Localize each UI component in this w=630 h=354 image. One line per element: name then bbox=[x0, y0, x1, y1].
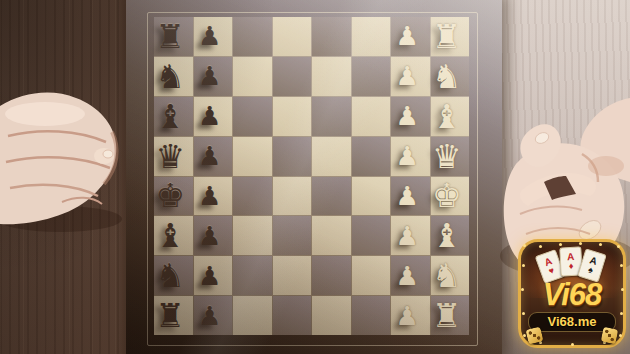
square-d6[interactable] bbox=[233, 137, 272, 176]
card-suit-icon: ♠ bbox=[587, 265, 594, 275]
piece-white-pawn-c2[interactable]: ♟ bbox=[396, 103, 419, 129]
card-suit-icon: ♦ bbox=[569, 262, 574, 271]
square-e6[interactable] bbox=[233, 177, 272, 216]
piece-black-king-e8[interactable]: ♚ bbox=[155, 179, 185, 212]
square-d4[interactable] bbox=[312, 137, 351, 176]
square-b4[interactable] bbox=[312, 57, 351, 96]
square-b7[interactable]: ♟ bbox=[194, 57, 233, 96]
piece-black-pawn-d7[interactable]: ♟ bbox=[198, 143, 221, 169]
piece-white-pawn-e2[interactable]: ♟ bbox=[396, 183, 419, 209]
square-e8[interactable]: ♚ bbox=[154, 177, 193, 216]
piece-black-bishop-f8[interactable]: ♝ bbox=[155, 219, 185, 252]
vi68-watermark-badge[interactable]: A♥A♦A♠ Vi68 Vi68.me bbox=[518, 239, 626, 348]
square-c2[interactable]: ♟ bbox=[391, 97, 430, 136]
chess-board-frame: ♜♟♟♜♞♟♟♞♝♟♟♝♛♟♟♛♚♟♟♚♝♟♟♝♞♟♟♞♜♟♟♜ bbox=[126, 0, 502, 354]
square-g2[interactable]: ♟ bbox=[391, 256, 430, 295]
square-b6[interactable] bbox=[233, 57, 272, 96]
square-c8[interactable]: ♝ bbox=[154, 97, 193, 136]
piece-black-knight-b8[interactable]: ♞ bbox=[155, 60, 185, 93]
square-c7[interactable]: ♟ bbox=[194, 97, 233, 136]
square-g6[interactable] bbox=[233, 256, 272, 295]
square-f1[interactable]: ♝ bbox=[431, 216, 470, 255]
piece-black-pawn-b7[interactable]: ♟ bbox=[198, 63, 221, 89]
piece-black-rook-h8[interactable]: ♜ bbox=[155, 299, 185, 332]
die-icon bbox=[601, 327, 619, 345]
square-h5[interactable] bbox=[273, 296, 312, 335]
piece-black-rook-a8[interactable]: ♜ bbox=[155, 20, 185, 53]
piece-white-pawn-h2[interactable]: ♟ bbox=[396, 303, 419, 329]
square-b1[interactable]: ♞ bbox=[431, 57, 470, 96]
scene: ♜♟♟♜♞♟♟♞♝♟♟♝♛♟♟♛♚♟♟♚♝♟♟♝♞♟♟♞♜♟♟♜ A♥A♦ bbox=[0, 0, 630, 354]
piece-black-pawn-f7[interactable]: ♟ bbox=[198, 223, 221, 249]
square-b5[interactable] bbox=[273, 57, 312, 96]
square-h4[interactable] bbox=[312, 296, 351, 335]
square-d2[interactable]: ♟ bbox=[391, 137, 430, 176]
square-a1[interactable]: ♜ bbox=[431, 17, 470, 56]
square-e5[interactable] bbox=[273, 177, 312, 216]
square-f8[interactable]: ♝ bbox=[154, 216, 193, 255]
square-c5[interactable] bbox=[273, 97, 312, 136]
piece-black-bishop-c8[interactable]: ♝ bbox=[155, 100, 185, 133]
piece-white-pawn-f2[interactable]: ♟ bbox=[396, 223, 419, 249]
piece-white-king-e1[interactable]: ♚ bbox=[432, 179, 462, 212]
square-f3[interactable] bbox=[352, 216, 391, 255]
piece-white-pawn-b2[interactable]: ♟ bbox=[396, 63, 419, 89]
square-a7[interactable]: ♟ bbox=[194, 17, 233, 56]
hand-highlight bbox=[5, 102, 85, 126]
square-h6[interactable] bbox=[233, 296, 272, 335]
square-g3[interactable] bbox=[352, 256, 391, 295]
square-e2[interactable]: ♟ bbox=[391, 177, 430, 216]
piece-white-bishop-c1[interactable]: ♝ bbox=[432, 100, 462, 133]
chess-board[interactable]: ♜♟♟♜♞♟♟♞♝♟♟♝♛♟♟♛♚♟♟♚♝♟♟♝♞♟♟♞♜♟♟♜ bbox=[154, 17, 469, 335]
piece-white-rook-h1[interactable]: ♜ bbox=[432, 299, 462, 332]
square-g4[interactable] bbox=[312, 256, 351, 295]
badge-title: Vi68 bbox=[521, 277, 623, 313]
square-d7[interactable]: ♟ bbox=[194, 137, 233, 176]
square-h3[interactable] bbox=[352, 296, 391, 335]
square-d8[interactable]: ♛ bbox=[154, 137, 193, 176]
square-a4[interactable] bbox=[312, 17, 351, 56]
piece-black-pawn-g7[interactable]: ♟ bbox=[198, 263, 221, 289]
left-player-hands bbox=[0, 84, 128, 232]
piece-black-knight-g8[interactable]: ♞ bbox=[155, 259, 185, 292]
square-e7[interactable]: ♟ bbox=[194, 177, 233, 216]
square-h7[interactable]: ♟ bbox=[194, 296, 233, 335]
square-a5[interactable] bbox=[273, 17, 312, 56]
piece-white-queen-d1[interactable]: ♛ bbox=[432, 140, 462, 173]
badge-light-dots bbox=[523, 244, 526, 247]
square-a3[interactable] bbox=[352, 17, 391, 56]
square-c1[interactable]: ♝ bbox=[431, 97, 470, 136]
piece-black-pawn-h7[interactable]: ♟ bbox=[198, 303, 221, 329]
piece-white-bishop-f1[interactable]: ♝ bbox=[432, 219, 462, 252]
square-f2[interactable]: ♟ bbox=[391, 216, 430, 255]
square-h8[interactable]: ♜ bbox=[154, 296, 193, 335]
fingernail bbox=[103, 150, 113, 158]
piece-black-pawn-c7[interactable]: ♟ bbox=[198, 103, 221, 129]
square-g1[interactable]: ♞ bbox=[431, 256, 470, 295]
square-e1[interactable]: ♚ bbox=[431, 177, 470, 216]
wrist-shading bbox=[588, 156, 624, 176]
square-f6[interactable] bbox=[233, 216, 272, 255]
square-a8[interactable]: ♜ bbox=[154, 17, 193, 56]
piece-white-pawn-a2[interactable]: ♟ bbox=[396, 23, 419, 49]
square-b2[interactable]: ♟ bbox=[391, 57, 430, 96]
piece-white-pawn-g2[interactable]: ♟ bbox=[396, 263, 419, 289]
die-icon bbox=[525, 326, 543, 344]
square-g7[interactable]: ♟ bbox=[194, 256, 233, 295]
square-h2[interactable]: ♟ bbox=[391, 296, 430, 335]
piece-black-pawn-e7[interactable]: ♟ bbox=[198, 183, 221, 209]
piece-black-pawn-a7[interactable]: ♟ bbox=[198, 23, 221, 49]
square-e3[interactable] bbox=[352, 177, 391, 216]
piece-white-pawn-d2[interactable]: ♟ bbox=[396, 143, 419, 169]
square-b8[interactable]: ♞ bbox=[154, 57, 193, 96]
piece-white-rook-a1[interactable]: ♜ bbox=[432, 20, 462, 53]
square-a2[interactable]: ♟ bbox=[391, 17, 430, 56]
square-d5[interactable] bbox=[273, 137, 312, 176]
piece-black-queen-d8[interactable]: ♛ bbox=[155, 140, 185, 173]
piece-white-knight-b1[interactable]: ♞ bbox=[432, 60, 462, 93]
square-e4[interactable] bbox=[312, 177, 351, 216]
square-c4[interactable] bbox=[312, 97, 351, 136]
piece-white-knight-g1[interactable]: ♞ bbox=[432, 259, 462, 292]
square-g5[interactable] bbox=[273, 256, 312, 295]
square-f4[interactable] bbox=[312, 216, 351, 255]
square-a6[interactable] bbox=[233, 17, 272, 56]
square-g8[interactable]: ♞ bbox=[154, 256, 193, 295]
square-b3[interactable] bbox=[352, 57, 391, 96]
square-f7[interactable]: ♟ bbox=[194, 216, 233, 255]
card-suit-icon: ♥ bbox=[548, 266, 556, 276]
square-d1[interactable]: ♛ bbox=[431, 137, 470, 176]
square-d3[interactable] bbox=[352, 137, 391, 176]
square-c3[interactable] bbox=[352, 97, 391, 136]
square-f5[interactable] bbox=[273, 216, 312, 255]
square-h1[interactable]: ♜ bbox=[431, 296, 470, 335]
square-c6[interactable] bbox=[233, 97, 272, 136]
